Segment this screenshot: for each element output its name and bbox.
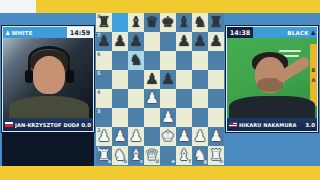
- square-g4[interactable]: [192, 89, 208, 108]
- square-c7[interactable]: ♟: [128, 32, 144, 51]
- square-a2[interactable]: 2♟: [96, 127, 112, 146]
- file-label-a: a: [108, 159, 111, 164]
- white-pawn: ♟: [192, 127, 208, 146]
- square-g6[interactable]: [192, 51, 208, 70]
- black-player-name: HIKARU NAKAMURA: [239, 122, 303, 128]
- square-b3[interactable]: [112, 108, 128, 127]
- square-d7[interactable]: [144, 32, 160, 51]
- white-header-bar: ♟ WHITE 14:59: [3, 27, 93, 38]
- white-pawn: ♟: [208, 127, 224, 146]
- square-f3[interactable]: [176, 108, 192, 127]
- square-c8[interactable]: ♝: [128, 13, 144, 32]
- square-f1[interactable]: f♝: [176, 146, 192, 165]
- square-h1[interactable]: h♜: [208, 146, 224, 165]
- white-clock: 14:59: [67, 27, 93, 38]
- square-h5[interactable]: [208, 70, 224, 89]
- square-g8[interactable]: ♞: [192, 13, 208, 32]
- square-e1[interactable]: e: [160, 146, 176, 165]
- square-f2[interactable]: ♟: [176, 127, 192, 146]
- black-pawn: ♟: [128, 32, 144, 51]
- square-c2[interactable]: ♟: [128, 127, 144, 146]
- square-h7[interactable]: ♟: [208, 32, 224, 51]
- black-player-panel: 14:38 BLACK ♟ B A HIKARU NAKAMURA 3.0: [226, 26, 318, 132]
- square-e4[interactable]: [160, 89, 176, 108]
- duda-face: [33, 56, 65, 94]
- square-f8[interactable]: ♝: [176, 13, 192, 32]
- rank-label-8: 8: [97, 14, 100, 19]
- square-b4[interactable]: [112, 89, 128, 108]
- headphone-cup-right: [66, 70, 74, 83]
- square-b2[interactable]: ♟: [112, 127, 128, 146]
- file-label-c: c: [140, 159, 143, 164]
- rank-label-7: 7: [97, 33, 100, 38]
- letterbox-top: [0, 0, 320, 13]
- square-c5[interactable]: [128, 70, 144, 89]
- greenscreen-artifact: [279, 50, 301, 52]
- square-a1[interactable]: 1a♜: [96, 146, 112, 165]
- square-g7[interactable]: ♟: [192, 32, 208, 51]
- square-f5[interactable]: [176, 70, 192, 89]
- square-g5[interactable]: [192, 70, 208, 89]
- black-header-bar: 14:38 BLACK ♟: [227, 27, 317, 38]
- black-knight: ♞: [128, 51, 144, 70]
- black-match-score: 3.0: [305, 122, 315, 128]
- file-label-h: h: [219, 159, 223, 164]
- black-name-bar: HIKARU NAKAMURA 3.0: [227, 118, 317, 131]
- white-player-panel: ♟ WHITE 14:59 JAN-KRZYSZTOF DUDA 0.0: [2, 26, 94, 132]
- white-player-webcam: [3, 38, 93, 118]
- square-e8[interactable]: ♚: [160, 13, 176, 32]
- square-c4[interactable]: [128, 89, 144, 108]
- black-bishop: ♝: [128, 13, 144, 32]
- square-e5[interactable]: ♟: [160, 70, 176, 89]
- poland-flag-icon: [5, 122, 13, 127]
- square-c1[interactable]: c♝: [128, 146, 144, 165]
- white-player-name: JAN-KRZYSZTOF DUDA: [15, 122, 79, 128]
- square-h6[interactable]: [208, 51, 224, 70]
- file-label-f: f: [189, 159, 191, 164]
- square-g1[interactable]: g♞: [192, 146, 208, 165]
- square-b5[interactable]: [112, 70, 128, 89]
- black-pawn: ♟: [112, 32, 128, 51]
- square-g3[interactable]: [192, 108, 208, 127]
- usa-flag-icon: [229, 122, 237, 127]
- square-h8[interactable]: ♜: [208, 13, 224, 32]
- square-e3[interactable]: ♟: [160, 108, 176, 127]
- file-label-b: b: [123, 159, 127, 164]
- black-player-webcam: B A: [227, 38, 317, 118]
- square-c3[interactable]: [128, 108, 144, 127]
- square-f4[interactable]: [176, 89, 192, 108]
- file-label-e: e: [172, 159, 175, 164]
- file-label-g: g: [203, 159, 207, 164]
- black-pawn: ♟: [208, 32, 224, 51]
- chess-board[interactable]: 8♜♝♛♚♝♞♜7♟♟♟♟♟♟6♞5♟♟4♟3♟2♟♟♟♚♟♟♟1a♜b♞c♝d…: [96, 13, 224, 165]
- rank-label-4: 4: [97, 90, 100, 95]
- square-d2[interactable]: [144, 127, 160, 146]
- black-pawn: ♟: [144, 70, 160, 89]
- white-pawn: ♟: [176, 127, 192, 146]
- square-b7[interactable]: ♟: [112, 32, 128, 51]
- top-left-white-block: [0, 0, 36, 13]
- background-banner: B A: [310, 44, 317, 106]
- square-b1[interactable]: b♞: [112, 146, 128, 165]
- white-pawn: ♟: [144, 89, 160, 108]
- square-h3[interactable]: [208, 108, 224, 127]
- white-pawn: ♟: [128, 127, 144, 146]
- rank-label-5: 5: [97, 71, 100, 76]
- black-pawn-icon: ♟: [311, 30, 316, 36]
- square-g2[interactable]: ♟: [192, 127, 208, 146]
- rank-label-3: 3: [97, 109, 100, 114]
- square-c6[interactable]: ♞: [128, 51, 144, 70]
- black-queen: ♛: [144, 13, 160, 32]
- left-panel-shadow: [2, 132, 94, 166]
- square-d6[interactable]: [144, 51, 160, 70]
- square-a5[interactable]: 5: [96, 70, 112, 89]
- square-f7[interactable]: ♟: [176, 32, 192, 51]
- black-knight: ♞: [192, 13, 208, 32]
- black-pawn: ♟: [176, 32, 192, 51]
- square-h4[interactable]: [208, 89, 224, 108]
- black-clock: 14:38: [227, 27, 253, 38]
- square-e2[interactable]: ♚: [160, 127, 176, 146]
- banner-letter: A: [312, 77, 316, 83]
- rank-label-1: 1: [97, 147, 100, 152]
- square-a7[interactable]: 7♟: [96, 32, 112, 51]
- white-king: ♚: [160, 127, 176, 146]
- square-a6[interactable]: 6: [96, 51, 112, 70]
- letterbox-bottom: [0, 166, 320, 180]
- black-side-label: BLACK: [287, 30, 308, 36]
- square-d1[interactable]: d♛: [144, 146, 160, 165]
- square-b6[interactable]: [112, 51, 128, 70]
- square-d3[interactable]: [144, 108, 160, 127]
- square-e7[interactable]: [160, 32, 176, 51]
- square-b8[interactable]: [112, 13, 128, 32]
- square-a4[interactable]: 4: [96, 89, 112, 108]
- nakamura-shirt: [229, 96, 315, 118]
- black-bishop: ♝: [176, 13, 192, 32]
- white-pawn-icon: ♟: [5, 30, 10, 36]
- file-label-d: d: [155, 159, 159, 164]
- square-a3[interactable]: 3: [96, 108, 112, 127]
- headphone-cup-left: [25, 70, 33, 83]
- square-d5[interactable]: ♟: [144, 70, 160, 89]
- stream-frame: 8♜♝♛♚♝♞♜7♟♟♟♟♟♟6♞5♟♟4♟3♟2♟♟♟♚♟♟♟1a♜b♞c♝d…: [0, 0, 320, 180]
- black-king: ♚: [160, 13, 176, 32]
- square-h2[interactable]: ♟: [208, 127, 224, 146]
- black-pawn: ♟: [192, 32, 208, 51]
- rank-label-6: 6: [97, 52, 100, 57]
- square-a8[interactable]: 8♜: [96, 13, 112, 32]
- rank-label-2: 2: [97, 128, 100, 133]
- banner-letter: B: [312, 67, 316, 73]
- white-name-bar: JAN-KRZYSZTOF DUDA 0.0: [3, 118, 93, 131]
- white-pawn: ♟: [160, 108, 176, 127]
- white-match-score: 0.0: [81, 122, 91, 128]
- white-pawn: ♟: [112, 127, 128, 146]
- black-pawn: ♟: [160, 70, 176, 89]
- duda-shirt: [9, 96, 89, 118]
- square-e6[interactable]: [160, 51, 176, 70]
- square-f6[interactable]: [176, 51, 192, 70]
- white-side-label: WHITE: [11, 30, 32, 36]
- square-d4[interactable]: ♟: [144, 89, 160, 108]
- black-rook: ♜: [208, 13, 224, 32]
- square-d8[interactable]: ♛: [144, 13, 160, 32]
